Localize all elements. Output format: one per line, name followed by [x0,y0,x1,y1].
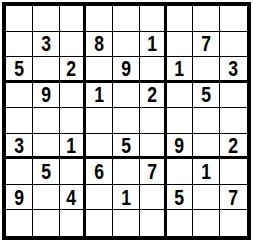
cell-r6c4[interactable] [86,134,113,160]
cell-r1c2[interactable] [33,6,60,32]
cell-r2c3[interactable] [60,32,87,58]
cell-r3c5[interactable]: 9 [113,57,140,83]
given-digit: 5 [175,186,185,209]
given-digit: 9 [121,57,131,80]
cell-r3c1[interactable]: 5 [6,57,33,83]
cell-r9c3[interactable] [60,210,87,236]
given-digit: 4 [67,186,77,209]
given-digit: 9 [14,186,24,209]
cell-r5c4[interactable] [86,108,113,134]
cell-r9c9[interactable] [220,210,247,236]
cell-r4c2[interactable]: 9 [33,83,60,109]
cell-r6c9[interactable]: 2 [220,134,247,160]
cell-r8c5[interactable]: 1 [113,185,140,211]
given-digit: 1 [67,134,77,157]
cell-r6c8[interactable] [193,134,220,160]
cell-r4c8[interactable]: 5 [193,83,220,109]
cell-r9c7[interactable] [167,210,194,236]
cell-r2c8[interactable]: 7 [193,32,220,58]
cell-r8c6[interactable] [140,185,167,211]
cell-r1c8[interactable] [193,6,220,32]
cell-r2c4[interactable]: 8 [86,32,113,58]
given-digit: 8 [94,32,104,55]
cell-r9c6[interactable] [140,210,167,236]
given-digit: 9 [41,83,51,106]
cell-r8c2[interactable] [33,185,60,211]
cell-r6c7[interactable]: 9 [167,134,194,160]
cell-r6c5[interactable]: 5 [113,134,140,160]
given-digit: 1 [147,32,157,55]
given-digit: 5 [201,83,211,106]
cell-r6c2[interactable] [33,134,60,160]
given-digit: 5 [14,57,24,80]
cell-r1c9[interactable] [220,6,247,32]
given-digit: 7 [201,32,211,55]
cell-r7c8[interactable]: 1 [193,159,220,185]
given-digit: 2 [67,57,77,80]
cell-r2c5[interactable] [113,32,140,58]
cell-r2c7[interactable] [167,32,194,58]
cell-r1c3[interactable] [60,6,87,32]
cell-r1c5[interactable] [113,6,140,32]
given-digit: 9 [175,134,185,157]
cell-r7c1[interactable] [6,159,33,185]
cell-r9c5[interactable] [113,210,140,236]
cell-r6c6[interactable] [140,134,167,160]
cell-r5c5[interactable] [113,108,140,134]
given-digit: 3 [41,32,51,55]
cell-r5c2[interactable] [33,108,60,134]
cell-r4c7[interactable] [167,83,194,109]
cell-r9c4[interactable] [86,210,113,236]
cell-r3c6[interactable] [140,57,167,83]
cell-r7c9[interactable] [220,159,247,185]
cell-r6c1[interactable]: 3 [6,134,33,160]
cell-r7c6[interactable]: 7 [140,159,167,185]
cell-r9c2[interactable] [33,210,60,236]
cell-r5c6[interactable] [140,108,167,134]
cell-r4c3[interactable] [60,83,87,109]
cell-r4c9[interactable] [220,83,247,109]
given-digit: 5 [121,134,131,157]
cell-r4c1[interactable] [6,83,33,109]
given-digit: 3 [229,57,239,80]
cell-r1c1[interactable] [6,6,33,32]
cell-r8c4[interactable] [86,185,113,211]
cell-r1c6[interactable] [140,6,167,32]
given-digit: 5 [41,160,51,183]
cell-r8c3[interactable]: 4 [60,185,87,211]
cell-r4c5[interactable] [113,83,140,109]
cell-r9c1[interactable] [6,210,33,236]
given-digit: 7 [229,186,239,209]
cell-r6c3[interactable]: 1 [60,134,87,160]
cell-r1c4[interactable] [86,6,113,32]
given-digit: 1 [94,83,104,106]
cell-r5c9[interactable] [220,108,247,134]
cell-r8c7[interactable]: 5 [167,185,194,211]
cell-r7c5[interactable] [113,159,140,185]
cell-r2c1[interactable] [6,32,33,58]
cell-r3c3[interactable]: 2 [60,57,87,83]
cell-r8c8[interactable] [193,185,220,211]
cell-r7c7[interactable] [167,159,194,185]
cell-r4c6[interactable]: 2 [140,83,167,109]
sudoku-board: 381752913912531592567194157 [2,2,251,240]
cell-r3c4[interactable] [86,57,113,83]
cell-r5c7[interactable] [167,108,194,134]
cell-r8c9[interactable]: 7 [220,185,247,211]
given-digit: 6 [94,160,104,183]
cell-r7c2[interactable]: 5 [33,159,60,185]
cell-r4c4[interactable]: 1 [86,83,113,109]
cell-r3c2[interactable] [33,57,60,83]
cell-r5c8[interactable] [193,108,220,134]
given-digit: 2 [229,134,239,157]
cell-r3c7[interactable]: 1 [167,57,194,83]
given-digit: 3 [14,134,24,157]
given-digit: 1 [201,160,211,183]
cell-r3c8[interactable] [193,57,220,83]
cell-r7c4[interactable]: 6 [86,159,113,185]
cell-r2c2[interactable]: 3 [33,32,60,58]
cell-r8c1[interactable]: 9 [6,185,33,211]
given-digit: 2 [147,83,157,106]
cell-r5c1[interactable] [6,108,33,134]
cell-r7c3[interactable] [60,159,87,185]
given-digit: 1 [121,186,131,209]
cell-r5c3[interactable] [60,108,87,134]
cell-r3c9[interactable]: 3 [220,57,247,83]
given-digit: 7 [147,160,157,183]
cell-r2c9[interactable] [220,32,247,58]
cell-r2c6[interactable]: 1 [140,32,167,58]
given-digit: 1 [175,57,185,80]
cell-r1c7[interactable] [167,6,194,32]
cell-r9c8[interactable] [193,210,220,236]
